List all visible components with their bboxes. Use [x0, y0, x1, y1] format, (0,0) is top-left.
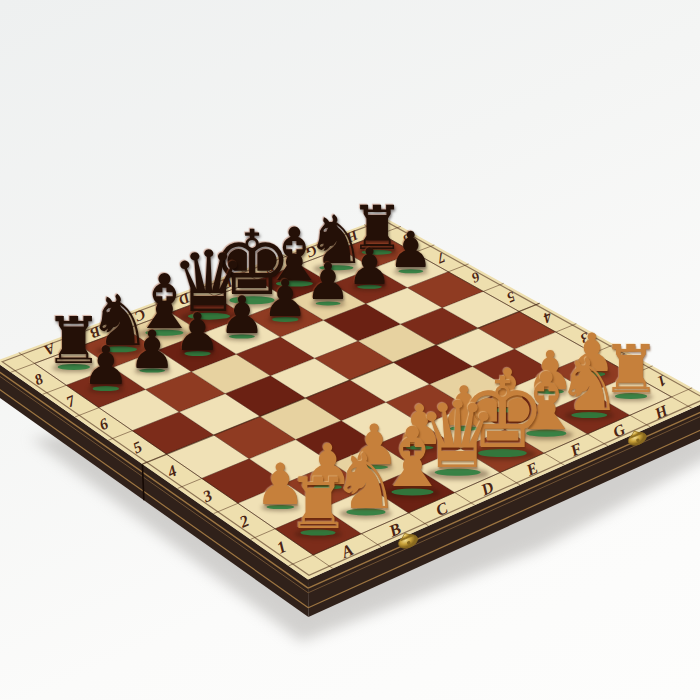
photo-scene: AABBCCDDEEFFGGHH8877665544332211 ♜♞♝♛♚♝♞… — [0, 0, 700, 700]
chess-board: AABBCCDDEEFFGGHH8877665544332211 — [0, 0, 700, 700]
